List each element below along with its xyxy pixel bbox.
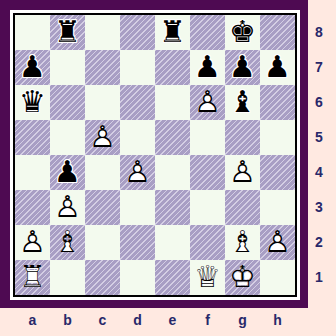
black-pawn-g7[interactable]: ♟ — [225, 50, 260, 85]
square-h7[interactable]: ♟ — [260, 50, 295, 85]
black-pawn-f7[interactable]: ♟ — [190, 50, 225, 85]
square-e2[interactable] — [155, 225, 190, 260]
square-h2[interactable]: ♟♙ — [260, 225, 295, 260]
square-g6[interactable]: ♝ — [225, 85, 260, 120]
square-f5[interactable] — [190, 120, 225, 155]
piece-outline-layer: ♖ — [15, 260, 50, 295]
square-b1[interactable] — [50, 260, 85, 295]
square-g5[interactable] — [225, 120, 260, 155]
square-d5[interactable] — [120, 120, 155, 155]
file-label-f: f — [190, 307, 225, 333]
black-rook-b8[interactable]: ♜ — [50, 15, 85, 50]
square-b7[interactable] — [50, 50, 85, 85]
rank-label-5: 5 — [307, 120, 331, 155]
square-e7[interactable] — [155, 50, 190, 85]
white-bishop-b2[interactable]: ♝♗ — [50, 225, 85, 260]
square-d4[interactable]: ♟♙ — [120, 155, 155, 190]
square-f2[interactable] — [190, 225, 225, 260]
square-d7[interactable] — [120, 50, 155, 85]
square-e4[interactable] — [155, 155, 190, 190]
square-d2[interactable] — [120, 225, 155, 260]
square-a5[interactable] — [15, 120, 50, 155]
piece-glyph: ♟ — [15, 50, 50, 85]
square-g2[interactable]: ♝♗ — [225, 225, 260, 260]
white-king-g1[interactable]: ♚♔ — [225, 260, 260, 295]
white-pawn-g4[interactable]: ♟♙ — [225, 155, 260, 190]
rank-label-4: 4 — [307, 155, 331, 190]
piece-glyph: ♜ — [50, 15, 85, 50]
square-c6[interactable] — [85, 85, 120, 120]
square-h6[interactable] — [260, 85, 295, 120]
board-inner-border: ♜♜♚♟♟♟♟♛♟♙♝♟♙♟♟♙♟♙♟♙♟♙♝♗♝♗♟♙♜♖♛♕♚♔ — [13, 13, 297, 297]
square-e5[interactable] — [155, 120, 190, 155]
piece-outline-layer: ♙ — [50, 190, 85, 225]
piece-glyph: ♚ — [225, 15, 260, 50]
black-king-g8[interactable]: ♚ — [225, 15, 260, 50]
white-pawn-f6[interactable]: ♟♙ — [190, 85, 225, 120]
piece-outline-layer: ♙ — [260, 225, 295, 260]
piece-outline-layer: ♔ — [225, 260, 260, 295]
square-c4[interactable] — [85, 155, 120, 190]
rank-label-8: 8 — [307, 15, 331, 50]
square-a4[interactable] — [15, 155, 50, 190]
square-a2[interactable]: ♟♙ — [15, 225, 50, 260]
board-inner-mat: ♜♜♚♟♟♟♟♛♟♙♝♟♙♟♟♙♟♙♟♙♟♙♝♗♝♗♟♙♜♖♛♕♚♔ — [10, 10, 300, 300]
rank-label-7: 7 — [307, 50, 331, 85]
piece-glyph: ♟ — [260, 50, 295, 85]
white-bishop-g2[interactable]: ♝♗ — [225, 225, 260, 260]
square-f3[interactable] — [190, 190, 225, 225]
square-e6[interactable] — [155, 85, 190, 120]
piece-outline-layer: ♙ — [225, 155, 260, 190]
white-pawn-a2[interactable]: ♟♙ — [15, 225, 50, 260]
black-rook-e8[interactable]: ♜ — [155, 15, 190, 50]
piece-glyph: ♛ — [15, 85, 50, 120]
square-g8[interactable]: ♚ — [225, 15, 260, 50]
square-g1[interactable]: ♚♔ — [225, 260, 260, 295]
square-c8[interactable] — [85, 15, 120, 50]
piece-outline-layer: ♗ — [50, 225, 85, 260]
piece-glyph: ♟ — [225, 50, 260, 85]
square-c3[interactable] — [85, 190, 120, 225]
square-a8[interactable] — [15, 15, 50, 50]
square-b4[interactable]: ♟ — [50, 155, 85, 190]
chessboard: ♜♜♚♟♟♟♟♛♟♙♝♟♙♟♟♙♟♙♟♙♟♙♝♗♝♗♟♙♜♖♛♕♚♔ — [15, 15, 295, 295]
square-f6[interactable]: ♟♙ — [190, 85, 225, 120]
black-pawn-a7[interactable]: ♟ — [15, 50, 50, 85]
piece-glyph: ♜ — [155, 15, 190, 50]
white-rook-a1[interactable]: ♜♖ — [15, 260, 50, 295]
square-f8[interactable] — [190, 15, 225, 50]
square-c2[interactable] — [85, 225, 120, 260]
piece-outline-layer: ♙ — [15, 225, 50, 260]
file-label-c: c — [85, 307, 120, 333]
white-pawn-c5[interactable]: ♟♙ — [85, 120, 120, 155]
file-label-g: g — [225, 307, 260, 333]
square-b3[interactable]: ♟♙ — [50, 190, 85, 225]
square-h4[interactable] — [260, 155, 295, 190]
rank-coordinates: 87654321 — [307, 15, 331, 295]
square-a6[interactable]: ♛ — [15, 85, 50, 120]
chess-diagram: ♜♜♚♟♟♟♟♛♟♙♝♟♙♟♟♙♟♙♟♙♟♙♝♗♝♗♟♙♜♖♛♕♚♔ 87654… — [0, 0, 336, 336]
piece-outline-layer: ♙ — [190, 85, 225, 120]
square-a1[interactable]: ♜♖ — [15, 260, 50, 295]
square-d8[interactable] — [120, 15, 155, 50]
square-h1[interactable] — [260, 260, 295, 295]
white-pawn-b3[interactable]: ♟♙ — [50, 190, 85, 225]
rank-label-3: 3 — [307, 190, 331, 225]
white-pawn-h2[interactable]: ♟♙ — [260, 225, 295, 260]
square-a7[interactable]: ♟ — [15, 50, 50, 85]
piece-outline-layer: ♙ — [120, 155, 155, 190]
square-b5[interactable] — [50, 120, 85, 155]
square-d6[interactable] — [120, 85, 155, 120]
square-c1[interactable] — [85, 260, 120, 295]
black-pawn-h7[interactable]: ♟ — [260, 50, 295, 85]
piece-outline-layer: ♕ — [190, 260, 225, 295]
square-h5[interactable] — [260, 120, 295, 155]
square-e3[interactable] — [155, 190, 190, 225]
square-d3[interactable] — [120, 190, 155, 225]
square-b2[interactable]: ♝♗ — [50, 225, 85, 260]
file-coordinates: abcdefgh — [15, 307, 295, 333]
black-bishop-g6[interactable]: ♝ — [225, 85, 260, 120]
square-d1[interactable] — [120, 260, 155, 295]
square-h8[interactable] — [260, 15, 295, 50]
board-frame: ♜♜♚♟♟♟♟♛♟♙♝♟♙♟♟♙♟♙♟♙♟♙♝♗♝♗♟♙♜♖♛♕♚♔ — [0, 0, 308, 308]
rank-label-2: 2 — [307, 225, 331, 260]
square-g7[interactable]: ♟ — [225, 50, 260, 85]
white-queen-f1[interactable]: ♛♕ — [190, 260, 225, 295]
file-label-d: d — [120, 307, 155, 333]
square-f1[interactable]: ♛♕ — [190, 260, 225, 295]
piece-glyph: ♟ — [50, 155, 85, 190]
rank-label-6: 6 — [307, 85, 331, 120]
square-b6[interactable] — [50, 85, 85, 120]
piece-glyph: ♝ — [225, 85, 260, 120]
square-e8[interactable]: ♜ — [155, 15, 190, 50]
rank-label-1: 1 — [307, 260, 331, 295]
square-h3[interactable] — [260, 190, 295, 225]
square-f4[interactable] — [190, 155, 225, 190]
file-label-b: b — [50, 307, 85, 333]
square-g4[interactable]: ♟♙ — [225, 155, 260, 190]
square-g3[interactable] — [225, 190, 260, 225]
square-e1[interactable] — [155, 260, 190, 295]
square-b8[interactable]: ♜ — [50, 15, 85, 50]
black-pawn-b4[interactable]: ♟ — [50, 155, 85, 190]
square-c5[interactable]: ♟♙ — [85, 120, 120, 155]
file-label-a: a — [15, 307, 50, 333]
piece-outline-layer: ♙ — [85, 120, 120, 155]
file-label-h: h — [260, 307, 295, 333]
square-f7[interactable]: ♟ — [190, 50, 225, 85]
square-c7[interactable] — [85, 50, 120, 85]
piece-glyph: ♟ — [190, 50, 225, 85]
white-pawn-d4[interactable]: ♟♙ — [120, 155, 155, 190]
square-a3[interactable] — [15, 190, 50, 225]
black-queen-a6[interactable]: ♛ — [15, 85, 50, 120]
file-label-e: e — [155, 307, 190, 333]
piece-outline-layer: ♗ — [225, 225, 260, 260]
